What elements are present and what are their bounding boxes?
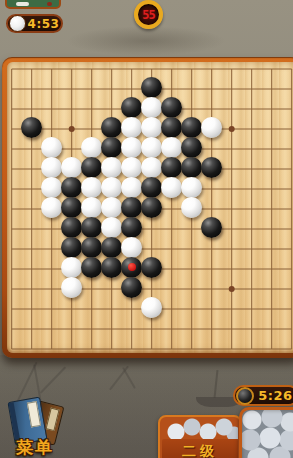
- black-stone: [121, 97, 142, 118]
- white-stone: [161, 137, 182, 158]
- white-stone: [181, 197, 202, 218]
- black-stone: [141, 177, 162, 198]
- avatar-panel-cutoff: [5, 0, 61, 9]
- game-screen: 4:53 55 5:26 菜单 二级: [0, 0, 293, 458]
- book-label-strip: [27, 401, 41, 427]
- black-stone: [81, 157, 102, 178]
- white-stone: [141, 297, 162, 318]
- avatar-detail: [16, 2, 29, 6]
- captured-stones-decor: [162, 418, 238, 439]
- black-stone: [181, 117, 202, 138]
- white-stone: [101, 217, 122, 238]
- black-stone: [121, 217, 142, 238]
- black-stone: [21, 117, 42, 138]
- white-timer-pill: 4:53: [6, 14, 63, 33]
- black-stone: [61, 217, 82, 238]
- white-stone: [121, 117, 142, 138]
- white-stone: [81, 137, 102, 158]
- white-stone: [141, 137, 162, 158]
- white-stone: [161, 177, 182, 198]
- black-stone: [141, 77, 162, 98]
- white-stone: [121, 237, 142, 258]
- white-stone: [81, 177, 102, 198]
- black-stone: [121, 257, 142, 278]
- black-stone: [81, 237, 102, 258]
- black-stone-icon: [236, 387, 254, 405]
- move-countdown-value: 55: [142, 8, 154, 22]
- black-stone: [61, 177, 82, 198]
- level-badge[interactable]: 二级: [158, 415, 242, 458]
- black-stone: [121, 277, 142, 298]
- white-timer-value: 4:53: [26, 17, 61, 31]
- black-stone: [81, 217, 102, 238]
- move-countdown-badge: 55: [134, 0, 163, 29]
- level-bar: 二级: [162, 439, 238, 458]
- white-stone: [61, 257, 82, 278]
- white-stone: [121, 177, 142, 198]
- white-stone: [101, 177, 122, 198]
- white-stone-icon: [9, 15, 26, 32]
- black-stone: [101, 117, 122, 138]
- white-stone: [201, 117, 222, 138]
- white-stone: [81, 197, 102, 218]
- black-timer-pill: 5:26: [233, 385, 293, 406]
- black-stone: [161, 97, 182, 118]
- white-stone: [41, 197, 62, 218]
- white-stone: [41, 157, 62, 178]
- white-stone: [121, 137, 142, 158]
- black-stone: [81, 257, 102, 278]
- black-stone: [61, 237, 82, 258]
- menu-button[interactable]: 菜单: [3, 396, 67, 458]
- black-stone: [141, 257, 162, 278]
- white-stone: [181, 177, 202, 198]
- black-stone: [101, 237, 122, 258]
- black-stone: [201, 157, 222, 178]
- black-timer-value: 5:26: [254, 388, 293, 403]
- white-stone: [41, 137, 62, 158]
- black-stone: [181, 157, 202, 178]
- avatar-detail: [47, 2, 52, 6]
- white-stone: [101, 197, 122, 218]
- black-stone: [121, 197, 142, 218]
- white-stone: [121, 157, 142, 178]
- black-stone: [61, 197, 82, 218]
- book-label-strip: [46, 408, 60, 432]
- white-stone: [141, 117, 162, 138]
- black-stone: [141, 197, 162, 218]
- white-stone: [141, 157, 162, 178]
- black-stone: [101, 137, 122, 158]
- stone-tray: [239, 407, 293, 458]
- black-stone: [201, 217, 222, 238]
- black-stone: [161, 157, 182, 178]
- menu-button-label: 菜单: [3, 436, 67, 458]
- level-label: 二级: [182, 443, 218, 458]
- black-stone: [101, 257, 122, 278]
- white-stone: [61, 157, 82, 178]
- black-stone: [161, 117, 182, 138]
- white-stone: [61, 277, 82, 298]
- black-stone: [181, 137, 202, 158]
- white-stone: [101, 157, 122, 178]
- last-move-marker: [128, 263, 136, 271]
- white-stone: [141, 97, 162, 118]
- white-stone: [41, 177, 62, 198]
